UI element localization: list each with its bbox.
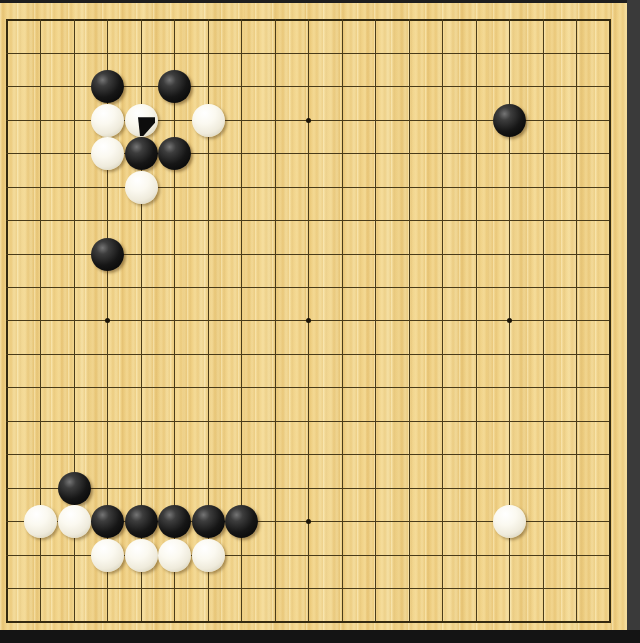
go-app-window xyxy=(0,0,640,643)
grid-line-vertical xyxy=(442,19,443,623)
black-stone[interactable] xyxy=(91,238,124,271)
star-point xyxy=(507,318,512,323)
black-stone[interactable] xyxy=(91,70,124,103)
white-stone[interactable] xyxy=(158,539,191,572)
grid-line-vertical xyxy=(375,19,376,623)
window-bottom-bar xyxy=(0,630,640,643)
grid-line-vertical xyxy=(543,19,544,623)
grid-line-horizontal xyxy=(6,454,611,455)
black-stone[interactable] xyxy=(125,505,158,538)
black-stone[interactable] xyxy=(158,70,191,103)
star-point xyxy=(306,318,311,323)
grid-line-horizontal xyxy=(6,354,611,355)
star-point xyxy=(306,118,311,123)
grid-line-horizontal xyxy=(6,621,611,623)
grid-line-horizontal xyxy=(6,387,611,388)
black-stone[interactable] xyxy=(58,472,91,505)
grid-line-vertical xyxy=(476,19,477,623)
star-point xyxy=(105,318,110,323)
white-stone[interactable] xyxy=(91,137,124,170)
white-stone[interactable] xyxy=(125,171,158,204)
go-board[interactable] xyxy=(0,3,627,630)
grid-line-horizontal xyxy=(6,488,611,489)
grid-line-vertical xyxy=(576,19,577,623)
white-stone[interactable] xyxy=(493,505,526,538)
black-stone[interactable] xyxy=(493,104,526,137)
white-stone[interactable] xyxy=(91,104,124,137)
black-stone[interactable] xyxy=(125,137,158,170)
white-stone[interactable] xyxy=(192,539,225,572)
black-stone[interactable] xyxy=(91,505,124,538)
white-stone[interactable] xyxy=(91,539,124,572)
white-stone[interactable] xyxy=(192,104,225,137)
grid-line-vertical xyxy=(409,19,410,623)
white-stone[interactable] xyxy=(58,505,91,538)
grid-line-horizontal xyxy=(6,421,611,422)
white-stone[interactable] xyxy=(125,539,158,572)
grid-line-horizontal xyxy=(6,588,611,589)
black-stone[interactable] xyxy=(158,137,191,170)
black-stone[interactable] xyxy=(225,505,258,538)
black-stone[interactable] xyxy=(158,505,191,538)
grid-line-vertical xyxy=(609,19,611,623)
grid-line-vertical xyxy=(342,19,343,623)
white-stone[interactable] xyxy=(24,505,57,538)
right-side-panel-strip xyxy=(627,0,640,643)
window-top-edge xyxy=(0,0,627,3)
black-stone[interactable] xyxy=(192,505,225,538)
star-point xyxy=(306,519,311,524)
